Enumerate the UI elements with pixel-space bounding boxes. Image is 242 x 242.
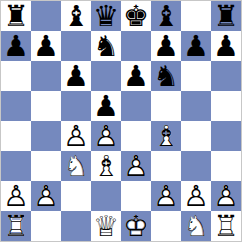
square-a8[interactable]: ♜	[1, 1, 31, 31]
white-pawn-piece: ♟♙	[121, 151, 151, 181]
black-pawn-piece: ♟	[31, 31, 61, 61]
square-f7[interactable]: ♟	[151, 31, 181, 61]
square-a3[interactable]	[1, 151, 31, 181]
square-a7[interactable]: ♟	[1, 31, 31, 61]
square-a1[interactable]: ♜♖	[1, 211, 31, 241]
black-bishop-piece: ♝	[151, 1, 181, 31]
white-pawn-piece: ♟♙	[211, 181, 241, 211]
square-e6[interactable]: ♟	[121, 61, 151, 91]
square-h8[interactable]: ♜	[211, 1, 241, 31]
square-c4[interactable]: ♟♙	[61, 121, 91, 151]
square-e5[interactable]	[121, 91, 151, 121]
white-queen-piece: ♛♕	[91, 211, 121, 241]
square-c1[interactable]	[61, 211, 91, 241]
white-pawn-piece: ♟♙	[1, 181, 31, 211]
square-c2[interactable]	[61, 181, 91, 211]
black-pawn-piece: ♟	[151, 31, 181, 61]
square-b5[interactable]	[31, 91, 61, 121]
black-pawn-piece: ♟	[181, 31, 211, 61]
square-c3[interactable]: ♞♘	[61, 151, 91, 181]
square-g7[interactable]: ♟	[181, 31, 211, 61]
square-b3[interactable]	[31, 151, 61, 181]
square-a6[interactable]	[1, 61, 31, 91]
black-king-piece: ♚	[121, 1, 151, 31]
square-e8[interactable]: ♚	[121, 1, 151, 31]
square-h1[interactable]: ♜♖	[211, 211, 241, 241]
black-pawn-piece: ♟	[91, 91, 121, 121]
square-d3[interactable]: ♝♗	[91, 151, 121, 181]
square-g3[interactable]	[181, 151, 211, 181]
white-knight-piece: ♞♘	[61, 151, 91, 181]
square-h6[interactable]	[211, 61, 241, 91]
square-h3[interactable]	[211, 151, 241, 181]
square-b2[interactable]: ♟♙	[31, 181, 61, 211]
square-b7[interactable]: ♟	[31, 31, 61, 61]
black-knight-piece: ♞	[151, 61, 181, 91]
square-d1[interactable]: ♛♕	[91, 211, 121, 241]
square-a5[interactable]	[1, 91, 31, 121]
square-g5[interactable]	[181, 91, 211, 121]
square-f1[interactable]	[151, 211, 181, 241]
white-knight-piece: ♞♘	[181, 211, 211, 241]
white-pawn-piece: ♟♙	[61, 121, 91, 151]
square-f5[interactable]	[151, 91, 181, 121]
square-h5[interactable]	[211, 91, 241, 121]
white-rook-piece: ♜♖	[211, 211, 241, 241]
square-a4[interactable]	[1, 121, 31, 151]
square-h4[interactable]	[211, 121, 241, 151]
white-pawn-piece: ♟♙	[181, 181, 211, 211]
square-b1[interactable]	[31, 211, 61, 241]
black-pawn-piece: ♟	[211, 31, 241, 61]
square-d2[interactable]	[91, 181, 121, 211]
square-e3[interactable]: ♟♙	[121, 151, 151, 181]
white-pawn-piece: ♟♙	[151, 181, 181, 211]
square-d5[interactable]: ♟	[91, 91, 121, 121]
black-pawn-piece: ♟	[61, 61, 91, 91]
square-h7[interactable]: ♟	[211, 31, 241, 61]
square-b6[interactable]	[31, 61, 61, 91]
square-f2[interactable]: ♟♙	[151, 181, 181, 211]
square-c5[interactable]	[61, 91, 91, 121]
black-pawn-piece: ♟	[121, 61, 151, 91]
square-c6[interactable]: ♟	[61, 61, 91, 91]
square-c8[interactable]: ♝	[61, 1, 91, 31]
white-pawn-piece: ♟♙	[91, 121, 121, 151]
black-bishop-piece: ♝	[61, 1, 91, 31]
square-e2[interactable]	[121, 181, 151, 211]
white-pawn-piece: ♟♙	[31, 181, 61, 211]
square-a2[interactable]: ♟♙	[1, 181, 31, 211]
square-e7[interactable]	[121, 31, 151, 61]
square-f6[interactable]: ♞	[151, 61, 181, 91]
square-f3[interactable]	[151, 151, 181, 181]
square-d4[interactable]: ♟♙	[91, 121, 121, 151]
white-bishop-piece: ♝♗	[151, 121, 181, 151]
square-f4[interactable]: ♝♗	[151, 121, 181, 151]
black-rook-piece: ♜	[1, 1, 31, 31]
square-c7[interactable]	[61, 31, 91, 61]
square-g8[interactable]	[181, 1, 211, 31]
square-g6[interactable]	[181, 61, 211, 91]
square-e1[interactable]: ♚♔	[121, 211, 151, 241]
square-g1[interactable]: ♞♘	[181, 211, 211, 241]
square-g2[interactable]: ♟♙	[181, 181, 211, 211]
black-pawn-piece: ♟	[1, 31, 31, 61]
square-h2[interactable]: ♟♙	[211, 181, 241, 211]
white-bishop-piece: ♝♗	[91, 151, 121, 181]
square-f8[interactable]: ♝	[151, 1, 181, 31]
square-d7[interactable]: ♞	[91, 31, 121, 61]
chess-board: ♜♝♛♚♝♜♟♟♞♟♟♟♟♟♞♟♟♙♟♙♝♗♞♘♝♗♟♙♟♙♟♙♟♙♟♙♟♙♜♖…	[0, 0, 242, 242]
black-rook-piece: ♜	[211, 1, 241, 31]
black-queen-piece: ♛	[91, 1, 121, 31]
white-rook-piece: ♜♖	[1, 211, 31, 241]
black-knight-piece: ♞	[91, 31, 121, 61]
square-e4[interactable]	[121, 121, 151, 151]
square-d8[interactable]: ♛	[91, 1, 121, 31]
white-king-piece: ♚♔	[121, 211, 151, 241]
square-b4[interactable]	[31, 121, 61, 151]
square-g4[interactable]	[181, 121, 211, 151]
square-b8[interactable]	[31, 1, 61, 31]
square-d6[interactable]	[91, 61, 121, 91]
